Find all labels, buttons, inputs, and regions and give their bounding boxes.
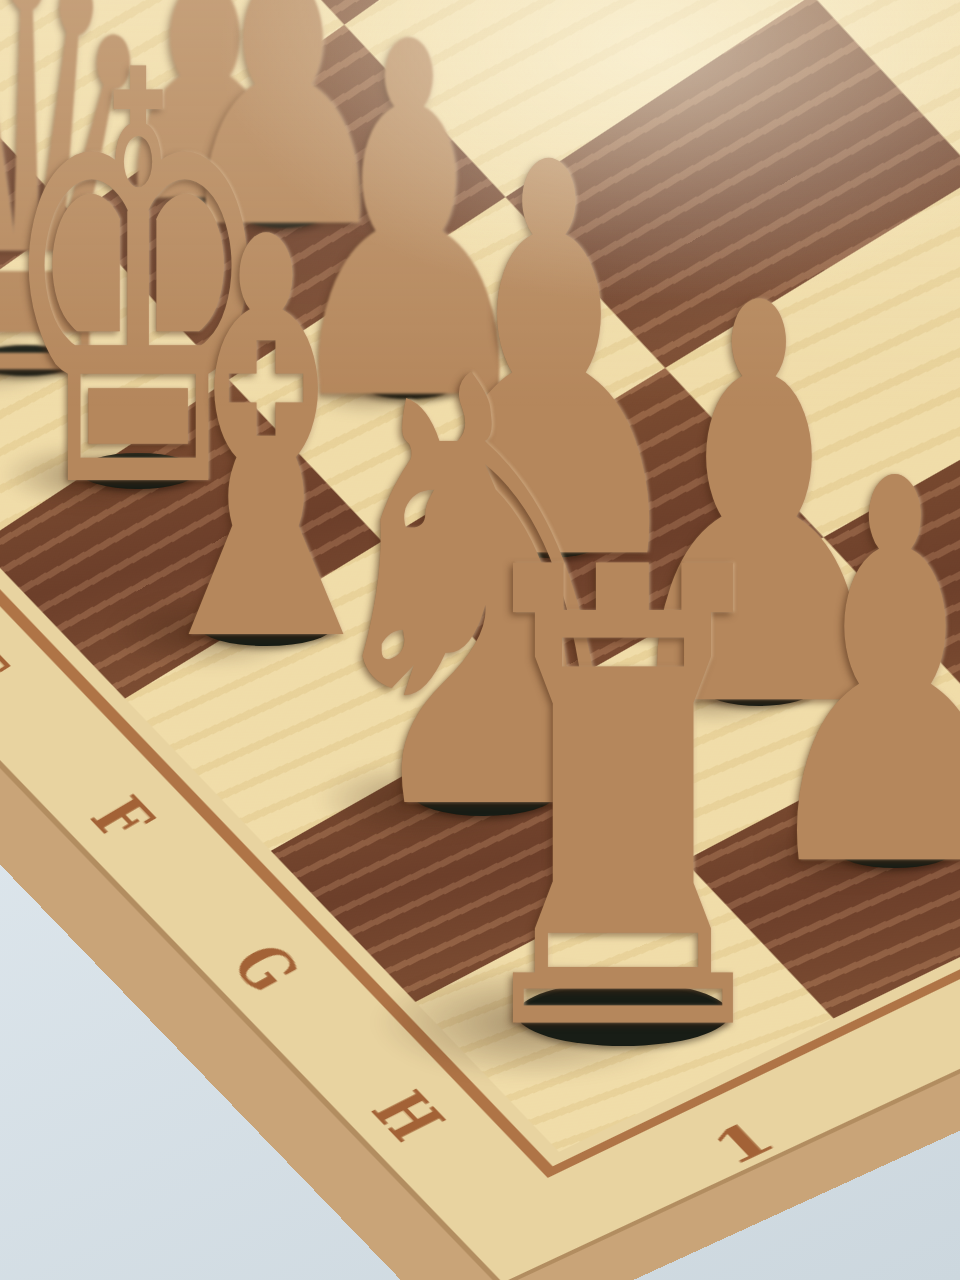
chess-photo-canvas: EFGH1 ♟♟♛♟♚♟♝♟♞♟♜ xyxy=(0,0,960,1280)
white-rook-glyph: ♜ xyxy=(448,489,798,1119)
pieces-layer: ♟♟♛♟♚♟♝♟♞♟♜ xyxy=(0,0,960,1280)
